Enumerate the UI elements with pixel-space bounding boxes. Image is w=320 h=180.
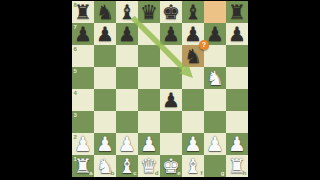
square-b6[interactable] [94, 45, 116, 67]
piece-white-pawn[interactable]: ♟ [184, 133, 202, 155]
square-e5[interactable] [160, 67, 182, 89]
square-c1[interactable]: c♝ [116, 155, 138, 177]
square-h6[interactable] [226, 45, 248, 67]
piece-black-rook[interactable]: ♜ [74, 1, 92, 23]
square-c6[interactable] [116, 45, 138, 67]
piece-black-pawn[interactable]: ♟ [162, 23, 180, 45]
piece-black-pawn[interactable]: ♟ [228, 23, 246, 45]
piece-white-knight[interactable]: ♞ [206, 67, 224, 89]
square-c4[interactable] [116, 89, 138, 111]
piece-black-rook[interactable]: ♜ [228, 1, 246, 23]
square-g1[interactable]: g [204, 155, 226, 177]
piece-white-pawn[interactable]: ♟ [118, 133, 136, 155]
square-b8[interactable]: ♞ [94, 1, 116, 23]
video-frame: ? 8♜♞♝♛♚♝♜7♟♟♟♟♟♟♟6♞5♞4♟32♟♟♟♟♟♟♟1a♜b♞c♝… [0, 0, 320, 180]
square-a4[interactable]: 4 [72, 89, 94, 111]
square-d8[interactable]: ♛ [138, 1, 160, 23]
square-b3[interactable] [94, 111, 116, 133]
square-a1[interactable]: 1a♜ [72, 155, 94, 177]
square-b2[interactable]: ♟ [94, 133, 116, 155]
square-c3[interactable] [116, 111, 138, 133]
screen: { "game": "chess", "position": { "fen": … [0, 0, 320, 180]
square-d1[interactable]: d♛ [138, 155, 160, 177]
square-f4[interactable] [182, 89, 204, 111]
square-a8[interactable]: 8♜ [72, 1, 94, 23]
piece-black-king[interactable]: ♚ [162, 1, 180, 23]
square-a7[interactable]: 7♟ [72, 23, 94, 45]
piece-black-queen[interactable]: ♛ [140, 1, 158, 23]
square-d5[interactable] [138, 67, 160, 89]
square-c8[interactable]: ♝ [116, 1, 138, 23]
square-c5[interactable] [116, 67, 138, 89]
piece-white-king[interactable]: ♚ [162, 155, 180, 177]
piece-white-bishop[interactable]: ♝ [184, 155, 202, 177]
square-h3[interactable] [226, 111, 248, 133]
piece-white-pawn[interactable]: ♟ [140, 133, 158, 155]
square-b7[interactable]: ♟ [94, 23, 116, 45]
square-a5[interactable]: 5 [72, 67, 94, 89]
piece-black-pawn[interactable]: ♟ [74, 23, 92, 45]
square-d2[interactable]: ♟ [138, 133, 160, 155]
chess-board[interactable]: ? 8♜♞♝♛♚♝♜7♟♟♟♟♟♟♟6♞5♞4♟32♟♟♟♟♟♟♟1a♜b♞c♝… [72, 1, 248, 177]
square-e1[interactable]: e♚ [160, 155, 182, 177]
piece-black-pawn[interactable]: ♟ [206, 23, 224, 45]
square-b5[interactable] [94, 67, 116, 89]
piece-white-pawn[interactable]: ♟ [74, 133, 92, 155]
square-c2[interactable]: ♟ [116, 133, 138, 155]
rank-label-3: 3 [74, 112, 77, 118]
mistake-badge-glyph: ? [202, 41, 206, 48]
square-f5[interactable] [182, 67, 204, 89]
square-d3[interactable] [138, 111, 160, 133]
rank-label-6: 6 [74, 46, 77, 52]
piece-white-bishop[interactable]: ♝ [118, 155, 136, 177]
square-a6[interactable]: 6 [72, 45, 94, 67]
piece-black-bishop[interactable]: ♝ [184, 1, 202, 23]
square-f8[interactable]: ♝ [182, 1, 204, 23]
square-e4[interactable]: ♟ [160, 89, 182, 111]
square-d4[interactable] [138, 89, 160, 111]
piece-white-pawn[interactable]: ♟ [96, 133, 114, 155]
square-g3[interactable] [204, 111, 226, 133]
mistake-badge: ? [199, 40, 209, 50]
square-d6[interactable] [138, 45, 160, 67]
square-h4[interactable] [226, 89, 248, 111]
square-a2[interactable]: 2♟ [72, 133, 94, 155]
square-c7[interactable]: ♟ [116, 23, 138, 45]
piece-black-knight[interactable]: ♞ [96, 1, 114, 23]
square-h1[interactable]: h♜ [226, 155, 248, 177]
piece-white-pawn[interactable]: ♟ [228, 133, 246, 155]
piece-white-rook[interactable]: ♜ [74, 155, 92, 177]
square-d7[interactable] [138, 23, 160, 45]
piece-black-pawn[interactable]: ♟ [118, 23, 136, 45]
square-g2[interactable]: ♟ [204, 133, 226, 155]
rank-label-4: 4 [74, 90, 77, 96]
square-e3[interactable] [160, 111, 182, 133]
piece-black-bishop[interactable]: ♝ [118, 1, 136, 23]
square-e8[interactable]: ♚ [160, 1, 182, 23]
piece-black-pawn[interactable]: ♟ [96, 23, 114, 45]
square-h8[interactable]: ♜ [226, 1, 248, 23]
square-h7[interactable]: ♟ [226, 23, 248, 45]
square-e7[interactable]: ♟ [160, 23, 182, 45]
square-f2[interactable]: ♟ [182, 133, 204, 155]
square-g8[interactable] [204, 1, 226, 23]
piece-white-queen[interactable]: ♛ [140, 155, 158, 177]
square-b1[interactable]: b♞ [94, 155, 116, 177]
piece-black-pawn[interactable]: ♟ [162, 89, 180, 111]
piece-white-pawn[interactable]: ♟ [206, 133, 224, 155]
square-e6[interactable] [160, 45, 182, 67]
rank-label-5: 5 [74, 68, 77, 74]
square-g4[interactable] [204, 89, 226, 111]
square-e2[interactable] [160, 133, 182, 155]
square-b4[interactable] [94, 89, 116, 111]
square-h2[interactable]: ♟ [226, 133, 248, 155]
file-label-g: g [221, 170, 225, 176]
square-a3[interactable]: 3 [72, 111, 94, 133]
square-f3[interactable] [182, 111, 204, 133]
piece-white-rook[interactable]: ♜ [228, 155, 246, 177]
square-f1[interactable]: f♝ [182, 155, 204, 177]
square-h5[interactable] [226, 67, 248, 89]
piece-white-knight[interactable]: ♞ [96, 155, 114, 177]
square-g5[interactable]: ♞ [204, 67, 226, 89]
